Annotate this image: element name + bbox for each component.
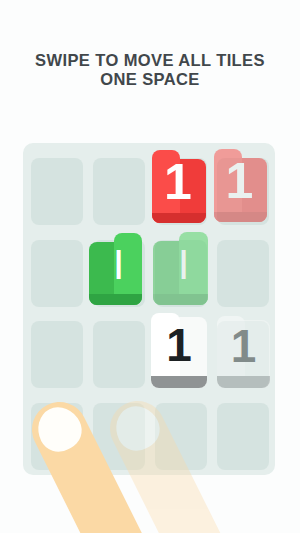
- tile-white-1-ghost: 1: [217, 316, 270, 388]
- tile-green-1-ghost: I: [153, 232, 208, 305]
- title-line-1: SWIPE TO MOVE ALL TILES: [0, 51, 300, 70]
- board-cell: [93, 158, 145, 225]
- title-line-2: ONE SPACE: [0, 70, 300, 89]
- tile-white-1: 1: [151, 313, 207, 388]
- tile-value: 1: [151, 313, 207, 388]
- board-cell: [31, 158, 83, 225]
- tile-red-1-ghost: 1: [214, 149, 267, 222]
- page-title: SWIPE TO MOVE ALL TILES ONE SPACE: [0, 51, 300, 89]
- board-cell: [31, 240, 83, 307]
- tile-value: I: [153, 232, 208, 305]
- tile-red-1: 1: [152, 150, 206, 223]
- tile-value: 1: [214, 149, 267, 222]
- board-cell: [31, 321, 83, 388]
- tile-value: 1: [152, 150, 206, 223]
- board-cell: [93, 321, 145, 388]
- board-cell: [217, 403, 269, 470]
- tile-value: 1: [217, 316, 270, 388]
- tile-value: I: [89, 233, 142, 305]
- board-cell: [217, 240, 269, 307]
- app-screen: SWIPE TO MOVE ALL TILES ONE SPACE: [0, 0, 300, 533]
- tile-green-1: I: [89, 233, 142, 305]
